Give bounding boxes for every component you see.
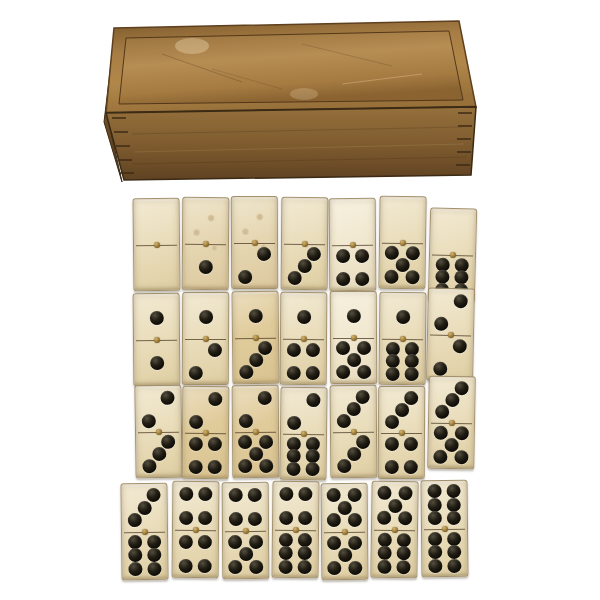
- domino-half-top: [183, 387, 228, 433]
- domino-6-6[interactable]: [420, 480, 468, 577]
- pip: [228, 535, 242, 549]
- pip: [396, 310, 410, 324]
- pip: [148, 548, 162, 562]
- pip: [299, 487, 313, 501]
- pip: [150, 356, 164, 370]
- pip: [447, 532, 461, 546]
- pip: [239, 547, 253, 561]
- domino-half-bottom: [183, 243, 228, 289]
- pip: [248, 309, 262, 323]
- pip: [447, 498, 461, 512]
- spinner-pin: [202, 240, 208, 246]
- pip: [306, 343, 320, 357]
- domino-2-5[interactable]: [232, 385, 280, 478]
- spinner-pin: [252, 428, 258, 434]
- pip: [405, 391, 419, 405]
- domino-half-top: [232, 197, 277, 243]
- domino-half-bottom: [183, 338, 228, 384]
- pip: [405, 270, 419, 284]
- domino-half-bottom: [281, 338, 326, 384]
- domino-2-2[interactable]: [426, 288, 475, 382]
- domino-3-4[interactable]: [378, 386, 425, 479]
- pip: [447, 484, 461, 498]
- domino-half-top: [233, 386, 278, 432]
- domino-half-top: [429, 377, 475, 423]
- pip: [188, 460, 202, 474]
- domino-half-top: [282, 198, 327, 244]
- pip: [377, 533, 391, 547]
- domino-4-6[interactable]: [271, 481, 319, 578]
- pip: [455, 381, 469, 395]
- pip: [179, 487, 193, 501]
- pip: [278, 533, 292, 547]
- pip: [384, 460, 398, 474]
- pip: [307, 247, 321, 261]
- pip: [397, 560, 411, 574]
- pip: [248, 488, 262, 502]
- pip: [198, 559, 212, 573]
- spinner-pin: [141, 528, 147, 534]
- pip: [298, 560, 312, 574]
- domino-0-4[interactable]: [329, 198, 377, 291]
- domino-row: [133, 385, 474, 478]
- pip: [128, 548, 142, 562]
- pip: [238, 435, 252, 449]
- domino-half-top: [183, 293, 228, 339]
- pip: [388, 499, 402, 513]
- pip: [287, 415, 301, 429]
- pip: [286, 343, 300, 357]
- pip: [454, 294, 468, 308]
- pip: [397, 546, 411, 560]
- pip: [161, 435, 175, 449]
- domino-half-bottom: [280, 433, 326, 479]
- domino-half-bottom: [331, 431, 376, 477]
- domino-half-top: [233, 292, 278, 338]
- domino-3-6[interactable]: [120, 483, 168, 581]
- domino-2-4[interactable]: [182, 386, 230, 479]
- spinner-pin: [153, 241, 159, 247]
- pip: [297, 310, 311, 324]
- domino-2-3[interactable]: [134, 385, 182, 479]
- pip: [238, 414, 252, 428]
- domino-half-top: [121, 484, 167, 532]
- pip: [258, 341, 272, 355]
- pip: [259, 459, 273, 473]
- pip: [434, 316, 448, 330]
- pip: [385, 414, 399, 428]
- pip: [427, 511, 441, 525]
- spinner-pin: [292, 526, 298, 532]
- pip: [398, 511, 412, 525]
- domino-half-bottom: [428, 422, 474, 468]
- pip: [336, 341, 350, 355]
- box-front: [106, 107, 476, 180]
- pip: [278, 559, 292, 573]
- domino-half-bottom: [380, 338, 425, 384]
- pip: [434, 426, 448, 440]
- domino-0-5[interactable]: [378, 196, 426, 290]
- domino-1-5[interactable]: [330, 291, 377, 384]
- pip: [188, 366, 202, 380]
- spinner-pin: [399, 335, 405, 341]
- photo-canvas: [0, 0, 600, 600]
- spinner-pin: [192, 526, 198, 532]
- pip: [199, 487, 213, 501]
- domino-half-top: [134, 294, 179, 340]
- pip: [336, 414, 350, 428]
- domino-1-4[interactable]: [280, 292, 328, 385]
- pip: [228, 560, 242, 574]
- pip: [208, 437, 222, 451]
- pip: [259, 435, 273, 449]
- pip: [347, 447, 361, 461]
- pip: [377, 546, 391, 560]
- pip: [346, 309, 360, 323]
- pip: [228, 512, 242, 526]
- pip: [377, 511, 391, 525]
- pip: [249, 353, 263, 367]
- pip: [428, 532, 442, 546]
- pip: [406, 246, 420, 260]
- pip: [336, 272, 350, 286]
- pip: [385, 367, 399, 381]
- domino-half-bottom: [371, 529, 417, 577]
- domino-half-top: [281, 293, 326, 339]
- domino-1-6[interactable]: [379, 292, 427, 385]
- domino-4-5[interactable]: [222, 482, 270, 579]
- pip: [306, 366, 320, 380]
- domino-half-bottom: [331, 337, 376, 383]
- pip: [385, 246, 399, 260]
- domino-grid: [133, 197, 474, 579]
- pip: [348, 513, 362, 527]
- pip: [278, 546, 292, 560]
- domino-half-top: [134, 199, 179, 245]
- pip: [179, 511, 193, 525]
- domino-half-bottom: [233, 431, 278, 477]
- pip: [348, 560, 362, 574]
- pip: [356, 272, 370, 286]
- domino-half-bottom: [136, 431, 182, 477]
- pip: [238, 270, 252, 284]
- pip: [398, 486, 412, 500]
- domino-half-bottom: [173, 529, 218, 577]
- domino-half-bottom: [233, 337, 278, 383]
- domino-2-6[interactable]: [279, 387, 327, 481]
- spinner-pin: [399, 239, 405, 245]
- domino-half-top: [428, 289, 474, 335]
- spinner-pin: [441, 525, 447, 531]
- domino-half-bottom: [379, 242, 425, 288]
- domino-half-top: [380, 293, 425, 339]
- pip: [348, 536, 362, 550]
- pip: [433, 362, 447, 376]
- pip: [445, 393, 459, 407]
- pip: [298, 511, 312, 525]
- pip: [405, 367, 419, 381]
- pip: [336, 365, 350, 379]
- domino-half-top: [223, 483, 268, 531]
- spinner-pin: [300, 430, 306, 436]
- pip: [286, 366, 300, 380]
- pip: [347, 353, 361, 367]
- pip: [178, 535, 192, 549]
- domino-4-4[interactable]: [172, 481, 220, 578]
- domino-5-5[interactable]: [321, 483, 369, 580]
- wooden-box: [92, 14, 484, 186]
- pip: [238, 459, 252, 473]
- box-lid-panel: [119, 31, 463, 104]
- domino-half-top: [322, 484, 367, 532]
- pip: [435, 404, 449, 418]
- pip: [248, 512, 262, 526]
- pip: [198, 535, 212, 549]
- domino-half-bottom: [134, 244, 179, 290]
- domino-half-bottom: [282, 243, 327, 289]
- spinner-pin: [301, 240, 307, 246]
- spinner-pin: [341, 528, 347, 534]
- pip: [455, 426, 469, 440]
- spinner-pin: [202, 429, 208, 435]
- domino-half-bottom: [322, 531, 367, 579]
- pip: [128, 535, 142, 549]
- pip: [127, 513, 141, 527]
- domino-half-bottom: [379, 432, 424, 478]
- domino-half-top: [183, 198, 228, 244]
- domino-half-bottom: [427, 334, 473, 380]
- pip: [377, 559, 391, 573]
- pip: [198, 260, 212, 274]
- pip: [427, 484, 441, 498]
- domino-row: [133, 197, 474, 290]
- pip: [327, 561, 341, 575]
- domino-3-3[interactable]: [330, 385, 378, 478]
- pip: [347, 488, 361, 502]
- pip: [356, 435, 370, 449]
- domino-half-top: [330, 199, 375, 245]
- domino-row: [126, 481, 474, 578]
- domino-half-top: [372, 482, 418, 530]
- pip: [346, 402, 360, 416]
- domino-5-6[interactable]: [370, 481, 418, 579]
- domino-0-0[interactable]: [133, 198, 181, 291]
- pip: [137, 501, 151, 515]
- pip: [128, 562, 142, 576]
- pip: [147, 535, 161, 549]
- pip: [385, 270, 399, 284]
- spinner-pin: [251, 239, 257, 245]
- pip: [148, 561, 162, 575]
- pip: [327, 488, 341, 502]
- spinner-pin: [252, 334, 258, 340]
- spinner-pin: [350, 428, 356, 434]
- domino-half-top: [422, 481, 467, 529]
- spinner-pin: [447, 331, 453, 337]
- domino-half-top: [430, 208, 476, 255]
- pip: [454, 450, 468, 464]
- domino-half-bottom: [422, 528, 467, 576]
- pip: [337, 501, 351, 515]
- pip: [188, 437, 202, 451]
- pip: [357, 365, 371, 379]
- domino-half-bottom: [223, 530, 268, 578]
- pip: [378, 486, 392, 500]
- spinner-pin: [202, 335, 208, 341]
- pip: [208, 343, 222, 357]
- domino-half-bottom: [122, 531, 168, 579]
- pip: [447, 511, 461, 525]
- domino-half-top: [281, 388, 327, 434]
- spinner-pin: [242, 527, 248, 533]
- spinner-pin: [349, 241, 355, 247]
- pip: [338, 548, 352, 562]
- pip: [239, 365, 253, 379]
- pip: [327, 536, 341, 550]
- pip: [142, 459, 156, 473]
- pip: [395, 258, 409, 272]
- domino-1-3[interactable]: [232, 291, 280, 384]
- pip: [357, 341, 371, 355]
- domino-half-top: [331, 292, 376, 338]
- domino-1-1[interactable]: [133, 293, 181, 386]
- domino-half-bottom: [134, 339, 179, 385]
- pip: [433, 450, 447, 464]
- pip: [384, 437, 398, 451]
- pip: [228, 488, 242, 502]
- spinner-pin: [391, 526, 397, 532]
- pip: [448, 558, 462, 572]
- pip: [198, 511, 212, 525]
- domino-half-top: [173, 482, 218, 530]
- domino-0-1[interactable]: [182, 197, 230, 290]
- pip: [279, 511, 293, 525]
- pip: [306, 462, 320, 476]
- pip: [287, 271, 301, 285]
- pip: [356, 390, 370, 404]
- pip: [152, 447, 166, 461]
- pip: [395, 403, 409, 417]
- pip: [149, 311, 163, 325]
- domino-half-top: [380, 197, 426, 243]
- domino-half-top: [135, 386, 181, 432]
- pip: [327, 513, 341, 527]
- spinner-pin: [449, 251, 455, 257]
- pip: [355, 249, 369, 263]
- pip: [428, 559, 442, 573]
- pip: [453, 339, 467, 353]
- spinner-pin: [398, 429, 404, 435]
- domino-0-3[interactable]: [281, 197, 329, 290]
- pip: [279, 487, 293, 501]
- pip: [444, 438, 458, 452]
- pip: [208, 460, 222, 474]
- pip: [189, 414, 203, 428]
- pip: [249, 559, 263, 573]
- pip: [428, 545, 442, 559]
- domino-half-top: [379, 387, 424, 433]
- pip: [307, 393, 321, 407]
- domino-half-bottom: [273, 529, 318, 577]
- pip: [336, 249, 350, 263]
- spinner-pin: [153, 336, 159, 342]
- domino-half-bottom: [232, 242, 277, 288]
- domino-half-top: [331, 386, 376, 432]
- pip: [199, 310, 213, 324]
- domino-half-top: [273, 482, 318, 530]
- pip: [209, 392, 223, 406]
- domino-half-bottom: [183, 432, 228, 478]
- pip: [297, 259, 311, 273]
- pip: [249, 447, 263, 461]
- pip: [448, 545, 462, 559]
- pip: [397, 533, 411, 547]
- domino-row: [133, 291, 474, 384]
- pip: [298, 546, 312, 560]
- pip: [404, 460, 418, 474]
- spinner-pin: [448, 419, 454, 425]
- pip: [404, 437, 418, 451]
- domino-1-2[interactable]: [182, 292, 229, 385]
- pip: [249, 535, 263, 549]
- spinner-pin: [350, 334, 356, 340]
- domino-3-5[interactable]: [427, 376, 476, 470]
- pip: [298, 533, 312, 547]
- domino-half-bottom: [330, 244, 375, 290]
- pip: [141, 414, 155, 428]
- pip: [258, 391, 272, 405]
- wooden-box-drawing: [92, 14, 484, 186]
- domino-0-2[interactable]: [231, 196, 278, 289]
- spinner-pin: [155, 428, 161, 434]
- pip: [257, 247, 271, 261]
- pip: [286, 462, 300, 476]
- pip: [161, 391, 175, 405]
- spinner-pin: [300, 335, 306, 341]
- pip: [178, 558, 192, 572]
- pip: [147, 488, 161, 502]
- pip: [427, 498, 441, 512]
- pip: [337, 459, 351, 473]
